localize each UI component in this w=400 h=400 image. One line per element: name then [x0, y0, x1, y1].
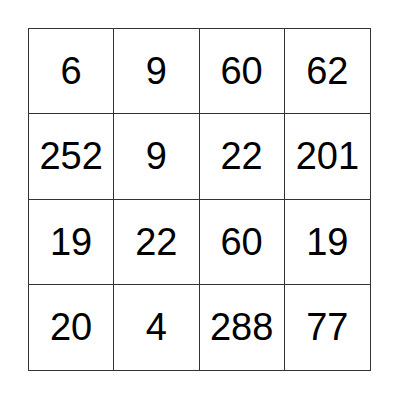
grid-cell-r3c2[interactable]: 22	[114, 200, 199, 285]
grid-cell-r1c4[interactable]: 62	[285, 29, 370, 114]
grid-cell-r1c2[interactable]: 9	[114, 29, 199, 114]
bingo-board: 6960622529222011922601920428877	[28, 28, 371, 371]
grid-cell-r1c3[interactable]: 60	[200, 29, 285, 114]
grid-cell-r1c1[interactable]: 6	[29, 29, 114, 114]
grid-cell-r2c1[interactable]: 252	[29, 114, 114, 199]
grid-cell-r4c2[interactable]: 4	[114, 285, 199, 370]
bingo-grid: 6960622529222011922601920428877	[28, 28, 371, 371]
grid-cell-r4c4[interactable]: 77	[285, 285, 370, 370]
grid-cell-r3c4[interactable]: 19	[285, 200, 370, 285]
grid-cell-r3c3[interactable]: 60	[200, 200, 285, 285]
grid-cell-r2c2[interactable]: 9	[114, 114, 199, 199]
grid-cell-r3c1[interactable]: 19	[29, 200, 114, 285]
grid-cell-r4c1[interactable]: 20	[29, 285, 114, 370]
grid-cell-r2c3[interactable]: 22	[200, 114, 285, 199]
grid-cell-r4c3[interactable]: 288	[200, 285, 285, 370]
grid-cell-r2c4[interactable]: 201	[285, 114, 370, 199]
